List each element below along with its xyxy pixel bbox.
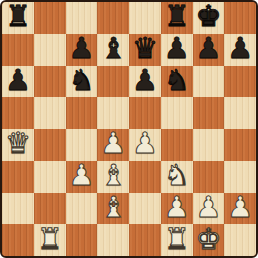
square-b4[interactable] bbox=[34, 129, 66, 161]
square-f5[interactable] bbox=[161, 97, 193, 129]
square-g1[interactable]: ♚ bbox=[193, 224, 225, 256]
piece-white-knight[interactable]: ♞ bbox=[164, 161, 190, 190]
square-a7[interactable] bbox=[2, 34, 34, 66]
piece-white-bishop[interactable]: ♝ bbox=[100, 193, 126, 222]
piece-black-queen[interactable]: ♛ bbox=[132, 34, 158, 63]
square-a1[interactable] bbox=[2, 224, 34, 256]
square-e3[interactable] bbox=[129, 161, 161, 193]
square-c4[interactable] bbox=[66, 129, 98, 161]
square-e6[interactable]: ♟ bbox=[129, 66, 161, 98]
square-a3[interactable] bbox=[2, 161, 34, 193]
square-g8[interactable]: ♚ bbox=[193, 2, 225, 34]
square-e4[interactable]: ♟ bbox=[129, 129, 161, 161]
square-b8[interactable] bbox=[34, 2, 66, 34]
square-g5[interactable] bbox=[193, 97, 225, 129]
piece-black-rook[interactable]: ♜ bbox=[164, 2, 190, 31]
piece-black-king[interactable]: ♚ bbox=[195, 2, 221, 31]
square-e7[interactable]: ♛ bbox=[129, 34, 161, 66]
piece-white-rook[interactable]: ♜ bbox=[37, 225, 63, 254]
square-c6[interactable]: ♞ bbox=[66, 66, 98, 98]
piece-white-pawn[interactable]: ♟ bbox=[132, 129, 158, 158]
square-e5[interactable] bbox=[129, 97, 161, 129]
square-e2[interactable] bbox=[129, 193, 161, 225]
square-a4[interactable]: ♛ bbox=[2, 129, 34, 161]
square-d2[interactable]: ♝ bbox=[97, 193, 129, 225]
square-h6[interactable] bbox=[224, 66, 256, 98]
piece-white-pawn[interactable]: ♟ bbox=[227, 193, 253, 222]
piece-black-knight[interactable]: ♞ bbox=[68, 66, 94, 95]
square-f8[interactable]: ♜ bbox=[161, 2, 193, 34]
square-a2[interactable] bbox=[2, 193, 34, 225]
chess-board: ♜♜♚♟♝♛♟♟♟♟♞♟♞♛♟♟♟♝♞♝♟♟♟♜♜♚ bbox=[2, 2, 256, 256]
square-c7[interactable]: ♟ bbox=[66, 34, 98, 66]
square-h7[interactable]: ♟ bbox=[224, 34, 256, 66]
square-a6[interactable]: ♟ bbox=[2, 66, 34, 98]
square-b1[interactable]: ♜ bbox=[34, 224, 66, 256]
piece-black-rook[interactable]: ♜ bbox=[5, 2, 31, 31]
square-h3[interactable] bbox=[224, 161, 256, 193]
square-b2[interactable] bbox=[34, 193, 66, 225]
square-e8[interactable] bbox=[129, 2, 161, 34]
square-d7[interactable]: ♝ bbox=[97, 34, 129, 66]
square-a8[interactable]: ♜ bbox=[2, 2, 34, 34]
square-h1[interactable] bbox=[224, 224, 256, 256]
square-d8[interactable] bbox=[97, 2, 129, 34]
square-f3[interactable]: ♞ bbox=[161, 161, 193, 193]
square-h5[interactable] bbox=[224, 97, 256, 129]
piece-black-pawn[interactable]: ♟ bbox=[164, 34, 190, 63]
square-g6[interactable] bbox=[193, 66, 225, 98]
square-g7[interactable]: ♟ bbox=[193, 34, 225, 66]
square-a5[interactable] bbox=[2, 97, 34, 129]
piece-white-pawn[interactable]: ♟ bbox=[195, 193, 221, 222]
piece-white-bishop[interactable]: ♝ bbox=[100, 161, 126, 190]
square-c2[interactable] bbox=[66, 193, 98, 225]
piece-white-rook[interactable]: ♜ bbox=[164, 225, 190, 254]
square-h4[interactable] bbox=[224, 129, 256, 161]
piece-white-pawn[interactable]: ♟ bbox=[68, 161, 94, 190]
square-c3[interactable]: ♟ bbox=[66, 161, 98, 193]
square-b5[interactable] bbox=[34, 97, 66, 129]
square-g4[interactable] bbox=[193, 129, 225, 161]
square-b3[interactable] bbox=[34, 161, 66, 193]
piece-white-pawn[interactable]: ♟ bbox=[100, 129, 126, 158]
square-c1[interactable] bbox=[66, 224, 98, 256]
square-b6[interactable] bbox=[34, 66, 66, 98]
piece-black-pawn[interactable]: ♟ bbox=[5, 66, 31, 95]
piece-black-bishop[interactable]: ♝ bbox=[100, 34, 126, 63]
square-d6[interactable] bbox=[97, 66, 129, 98]
piece-black-knight[interactable]: ♞ bbox=[164, 66, 190, 95]
square-g2[interactable]: ♟ bbox=[193, 193, 225, 225]
piece-white-king[interactable]: ♚ bbox=[195, 225, 221, 254]
square-d5[interactable] bbox=[97, 97, 129, 129]
square-d3[interactable]: ♝ bbox=[97, 161, 129, 193]
square-f2[interactable]: ♟ bbox=[161, 193, 193, 225]
piece-black-pawn[interactable]: ♟ bbox=[227, 34, 253, 63]
piece-white-pawn[interactable]: ♟ bbox=[164, 193, 190, 222]
square-e1[interactable] bbox=[129, 224, 161, 256]
square-f7[interactable]: ♟ bbox=[161, 34, 193, 66]
square-g3[interactable] bbox=[193, 161, 225, 193]
piece-black-pawn[interactable]: ♟ bbox=[132, 66, 158, 95]
square-d4[interactable]: ♟ bbox=[97, 129, 129, 161]
square-d1[interactable] bbox=[97, 224, 129, 256]
square-b7[interactable] bbox=[34, 34, 66, 66]
square-c8[interactable] bbox=[66, 2, 98, 34]
board-frame: ♜♜♚♟♝♛♟♟♟♟♞♟♞♛♟♟♟♝♞♝♟♟♟♜♜♚ bbox=[0, 0, 258, 258]
square-h2[interactable]: ♟ bbox=[224, 193, 256, 225]
square-f1[interactable]: ♜ bbox=[161, 224, 193, 256]
square-c5[interactable] bbox=[66, 97, 98, 129]
square-f6[interactable]: ♞ bbox=[161, 66, 193, 98]
piece-white-queen[interactable]: ♛ bbox=[5, 129, 31, 158]
square-f4[interactable] bbox=[161, 129, 193, 161]
piece-black-pawn[interactable]: ♟ bbox=[68, 34, 94, 63]
piece-black-pawn[interactable]: ♟ bbox=[195, 34, 221, 63]
square-h8[interactable] bbox=[224, 2, 256, 34]
